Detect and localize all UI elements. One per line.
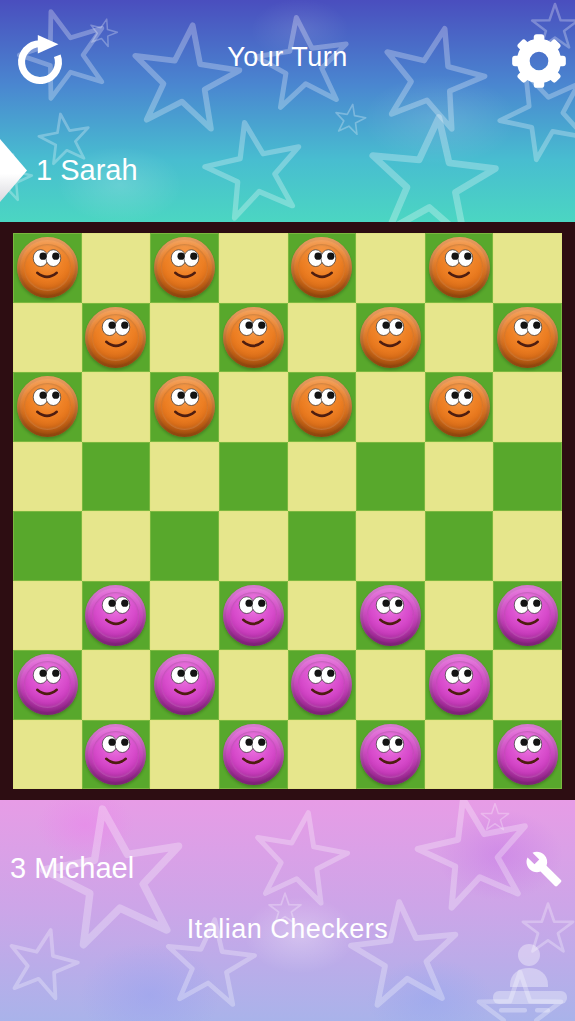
board-square[interactable] — [425, 581, 494, 651]
piece-face — [26, 245, 69, 286]
board-square[interactable] — [150, 442, 219, 512]
checker-orange[interactable] — [429, 237, 490, 298]
board-square[interactable] — [13, 650, 82, 720]
board-square[interactable] — [219, 650, 288, 720]
piece-face — [438, 384, 481, 425]
board-square[interactable] — [219, 581, 288, 651]
board-square[interactable] — [82, 442, 151, 512]
watermark-person-logo-icon — [489, 933, 573, 1017]
board-square[interactable] — [150, 650, 219, 720]
bottom-status-area: 3 Michael Italian Checkers — [0, 800, 575, 1021]
checker-magenta[interactable] — [360, 585, 421, 646]
tools-button[interactable] — [521, 846, 567, 892]
board-square[interactable] — [13, 372, 82, 442]
checker-orange[interactable] — [17, 237, 78, 298]
checker-magenta[interactable] — [85, 724, 146, 785]
piece-face — [26, 662, 69, 703]
board — [13, 233, 562, 789]
piece-face — [163, 384, 206, 425]
board-square[interactable] — [356, 233, 425, 303]
board-square[interactable] — [219, 372, 288, 442]
piece-face — [232, 315, 275, 356]
settings-button[interactable] — [511, 32, 567, 90]
board-square[interactable] — [425, 511, 494, 581]
turn-status-title: Your Turn — [0, 42, 575, 73]
checker-magenta[interactable] — [223, 724, 284, 785]
star-pattern-decoration — [0, 800, 575, 1021]
board-square[interactable] — [356, 511, 425, 581]
checker-magenta[interactable] — [85, 585, 146, 646]
board-square[interactable] — [356, 650, 425, 720]
board-square[interactable] — [82, 303, 151, 373]
checker-orange[interactable] — [85, 307, 146, 368]
board-square[interactable] — [150, 372, 219, 442]
board-square[interactable] — [13, 442, 82, 512]
piece-face — [94, 732, 137, 773]
board-square[interactable] — [82, 511, 151, 581]
piece-face — [232, 593, 275, 634]
board-square[interactable] — [288, 511, 357, 581]
piece-face — [300, 384, 343, 425]
board-square[interactable] — [150, 511, 219, 581]
board-square[interactable] — [425, 303, 494, 373]
board-square[interactable] — [288, 650, 357, 720]
board-square[interactable] — [356, 581, 425, 651]
piece-face — [506, 593, 549, 634]
board-square[interactable] — [425, 233, 494, 303]
board-square[interactable] — [219, 303, 288, 373]
board-square[interactable] — [493, 650, 562, 720]
board-square[interactable] — [288, 720, 357, 790]
board-square[interactable] — [288, 372, 357, 442]
board-square[interactable] — [288, 581, 357, 651]
checker-orange[interactable] — [154, 237, 215, 298]
board-square[interactable] — [82, 372, 151, 442]
piece-face — [94, 315, 137, 356]
turn-indicator-arrow-icon — [0, 139, 27, 202]
app-screen: Your Turn 1 Sarah — [0, 0, 575, 1021]
checker-magenta[interactable] — [497, 724, 558, 785]
board-square[interactable] — [493, 233, 562, 303]
checker-magenta[interactable] — [154, 654, 215, 715]
checker-orange[interactable] — [17, 376, 78, 437]
player-bottom-label: 3 Michael — [10, 852, 134, 884]
checker-magenta[interactable] — [291, 654, 352, 715]
board-square[interactable] — [13, 581, 82, 651]
board-square[interactable] — [82, 650, 151, 720]
piece-face — [438, 245, 481, 286]
board-square[interactable] — [219, 233, 288, 303]
piece-face — [506, 732, 549, 773]
board-square[interactable] — [493, 303, 562, 373]
checker-magenta[interactable] — [360, 724, 421, 785]
piece-face — [438, 662, 481, 703]
piece-face — [94, 593, 137, 634]
board-square[interactable] — [493, 581, 562, 651]
board-square[interactable] — [13, 511, 82, 581]
piece-face — [163, 245, 206, 286]
piece-face — [369, 593, 412, 634]
board-square[interactable] — [288, 303, 357, 373]
board-square[interactable] — [493, 720, 562, 790]
board-square[interactable] — [425, 442, 494, 512]
checker-orange[interactable] — [291, 376, 352, 437]
board-square[interactable] — [493, 372, 562, 442]
board-square[interactable] — [356, 303, 425, 373]
checker-orange[interactable] — [154, 376, 215, 437]
board-square[interactable] — [356, 720, 425, 790]
wrench-icon — [525, 850, 563, 888]
piece-face — [300, 662, 343, 703]
gear-icon — [511, 32, 567, 90]
board-square[interactable] — [288, 442, 357, 512]
player-bottom-row: 3 Michael — [10, 852, 134, 885]
board-square[interactable] — [288, 233, 357, 303]
piece-face — [163, 662, 206, 703]
checker-magenta[interactable] — [17, 654, 78, 715]
piece-face — [26, 384, 69, 425]
checker-orange[interactable] — [360, 307, 421, 368]
board-square[interactable] — [82, 581, 151, 651]
board-square[interactable] — [356, 372, 425, 442]
board-square[interactable] — [13, 303, 82, 373]
checker-orange[interactable] — [497, 307, 558, 368]
board-square[interactable] — [82, 233, 151, 303]
checker-orange[interactable] — [291, 237, 352, 298]
board-square[interactable] — [425, 720, 494, 790]
board-square[interactable] — [82, 720, 151, 790]
checker-magenta[interactable] — [223, 585, 284, 646]
piece-face — [369, 315, 412, 356]
board-square[interactable] — [219, 720, 288, 790]
board-square[interactable] — [493, 511, 562, 581]
board-square[interactable] — [219, 511, 288, 581]
board-square[interactable] — [13, 720, 82, 790]
top-status-area: Your Turn 1 Sarah — [0, 0, 575, 222]
checker-orange[interactable] — [223, 307, 284, 368]
checker-magenta[interactable] — [429, 654, 490, 715]
checker-orange[interactable] — [429, 376, 490, 437]
board-square[interactable] — [356, 442, 425, 512]
game-title: Italian Checkers — [0, 914, 575, 945]
board-square[interactable] — [150, 233, 219, 303]
player-top-row: 1 Sarah — [0, 139, 138, 202]
board-square[interactable] — [425, 372, 494, 442]
board-square[interactable] — [219, 442, 288, 512]
board-square[interactable] — [150, 303, 219, 373]
piece-face — [300, 245, 343, 286]
checker-magenta[interactable] — [497, 585, 558, 646]
board-square[interactable] — [150, 581, 219, 651]
board-square[interactable] — [425, 650, 494, 720]
piece-face — [369, 732, 412, 773]
piece-face — [232, 732, 275, 773]
piece-face — [506, 315, 549, 356]
board-frame — [0, 222, 575, 800]
player-top-label: 1 Sarah — [36, 154, 138, 187]
board-square[interactable] — [150, 720, 219, 790]
board-square[interactable] — [493, 442, 562, 512]
board-square[interactable] — [13, 233, 82, 303]
